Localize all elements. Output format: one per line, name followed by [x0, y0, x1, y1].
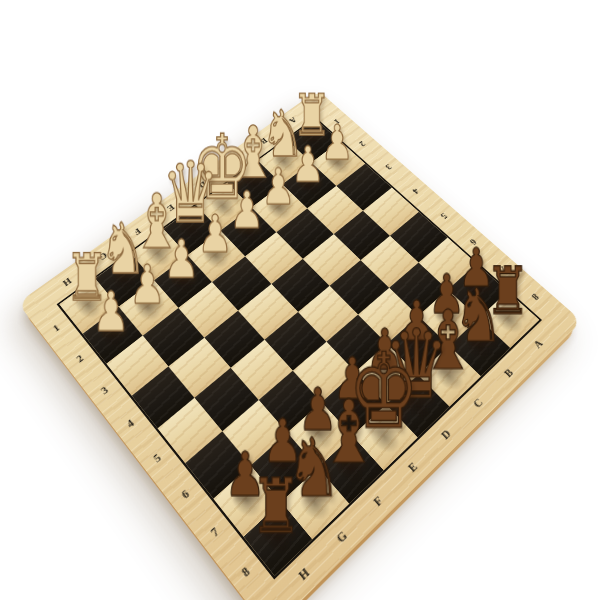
piece-shadow — [253, 512, 302, 566]
scene: ♜♟♟♜♞♟♟♞♝♟♟♝♚♟♟♛♛♟♟♚♝♟♟♝♞♟♟♞♜♟♟♜ 1234567… — [0, 0, 600, 600]
chessboard-grid: ♜♟♟♜♞♟♟♞♝♟♟♝♚♟♟♛♛♟♟♚♝♟♟♝♞♟♟♞♜♟♟♜ — [57, 117, 542, 579]
piece-shadow — [457, 326, 502, 368]
piece-shadow — [296, 411, 342, 459]
square-c6 — [358, 287, 418, 343]
piece-shadow — [361, 413, 408, 461]
chess-board: ♜♟♟♜♞♟♟♞♝♟♟♝♚♟♟♛♛♟♟♚♝♟♟♝♞♟♟♞♜♟♟♜ 1234567… — [18, 90, 582, 600]
